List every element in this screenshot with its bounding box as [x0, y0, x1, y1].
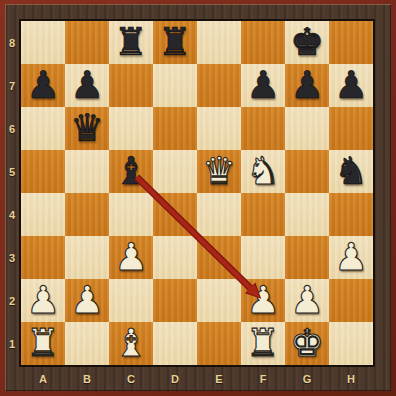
square-h2[interactable] [329, 279, 373, 322]
square-c6[interactable] [109, 107, 153, 150]
piece-white-rook[interactable]: ♜ [246, 322, 280, 365]
square-g4[interactable] [285, 193, 329, 236]
square-g7[interactable]: ♟ [285, 64, 329, 107]
square-a6[interactable] [21, 107, 65, 150]
piece-white-pawn[interactable]: ♟ [334, 236, 368, 279]
piece-black-pawn[interactable]: ♟ [334, 64, 368, 107]
piece-black-pawn[interactable]: ♟ [290, 64, 324, 107]
square-d4[interactable] [153, 193, 197, 236]
square-h8[interactable] [329, 21, 373, 64]
square-g6[interactable] [285, 107, 329, 150]
square-h3[interactable]: ♟ [329, 236, 373, 279]
square-f2[interactable]: ♟ [241, 279, 285, 322]
rank-label-8: 8 [9, 37, 15, 49]
file-label-d: D [171, 373, 179, 385]
piece-white-pawn[interactable]: ♟ [246, 279, 280, 322]
square-h4[interactable] [329, 193, 373, 236]
square-a3[interactable] [21, 236, 65, 279]
square-f4[interactable] [241, 193, 285, 236]
square-e7[interactable] [197, 64, 241, 107]
square-e5[interactable]: ♛ [197, 150, 241, 193]
square-c4[interactable] [109, 193, 153, 236]
square-g5[interactable] [285, 150, 329, 193]
square-b5[interactable] [65, 150, 109, 193]
square-e1[interactable] [197, 322, 241, 365]
piece-black-king[interactable]: ♚ [290, 21, 324, 64]
piece-black-rook[interactable]: ♜ [114, 21, 148, 64]
square-h7[interactable]: ♟ [329, 64, 373, 107]
board: ♜♜♚♟♟♟♟♟♛♝♛♞♞♟♟♟♟♟♟♜♝♜♚ [19, 19, 375, 367]
piece-white-rook[interactable]: ♜ [26, 322, 60, 365]
square-e6[interactable] [197, 107, 241, 150]
file-label-f: F [260, 373, 267, 385]
square-a1[interactable]: ♜ [21, 322, 65, 365]
square-a5[interactable] [21, 150, 65, 193]
piece-white-king[interactable]: ♚ [290, 322, 324, 365]
square-f1[interactable]: ♜ [241, 322, 285, 365]
square-a2[interactable]: ♟ [21, 279, 65, 322]
square-f5[interactable]: ♞ [241, 150, 285, 193]
piece-white-pawn[interactable]: ♟ [26, 279, 60, 322]
chess-board-window: ♜♜♚♟♟♟♟♟♛♝♛♞♞♟♟♟♟♟♟♜♝♜♚ 87654321 ABCDEFG… [0, 0, 396, 396]
file-label-b: B [83, 373, 91, 385]
square-f6[interactable] [241, 107, 285, 150]
square-b8[interactable] [65, 21, 109, 64]
rank-label-1: 1 [9, 338, 15, 350]
piece-white-knight[interactable]: ♞ [246, 150, 280, 193]
piece-white-pawn[interactable]: ♟ [70, 279, 104, 322]
piece-white-pawn[interactable]: ♟ [290, 279, 324, 322]
square-d5[interactable] [153, 150, 197, 193]
square-e4[interactable] [197, 193, 241, 236]
square-d3[interactable] [153, 236, 197, 279]
rank-label-4: 4 [9, 209, 15, 221]
square-g3[interactable] [285, 236, 329, 279]
square-c8[interactable]: ♜ [109, 21, 153, 64]
square-d1[interactable] [153, 322, 197, 365]
rank-label-2: 2 [9, 295, 15, 307]
square-b3[interactable] [65, 236, 109, 279]
square-a7[interactable]: ♟ [21, 64, 65, 107]
square-d6[interactable] [153, 107, 197, 150]
rank-label-3: 3 [9, 252, 15, 264]
square-b4[interactable] [65, 193, 109, 236]
square-d7[interactable] [153, 64, 197, 107]
piece-black-pawn[interactable]: ♟ [246, 64, 280, 107]
square-c3[interactable]: ♟ [109, 236, 153, 279]
square-d8[interactable]: ♜ [153, 21, 197, 64]
square-c1[interactable]: ♝ [109, 322, 153, 365]
square-f3[interactable] [241, 236, 285, 279]
piece-black-queen[interactable]: ♛ [70, 107, 104, 150]
file-label-e: E [215, 373, 222, 385]
file-label-c: C [127, 373, 135, 385]
rank-label-7: 7 [9, 80, 15, 92]
square-a8[interactable] [21, 21, 65, 64]
square-e8[interactable] [197, 21, 241, 64]
square-b7[interactable]: ♟ [65, 64, 109, 107]
file-label-a: A [39, 373, 47, 385]
square-c7[interactable] [109, 64, 153, 107]
square-d2[interactable] [153, 279, 197, 322]
square-h5[interactable]: ♞ [329, 150, 373, 193]
piece-black-pawn[interactable]: ♟ [70, 64, 104, 107]
square-h6[interactable] [329, 107, 373, 150]
square-b6[interactable]: ♛ [65, 107, 109, 150]
square-f8[interactable] [241, 21, 285, 64]
piece-black-rook[interactable]: ♜ [158, 21, 192, 64]
piece-black-pawn[interactable]: ♟ [26, 64, 60, 107]
square-f7[interactable]: ♟ [241, 64, 285, 107]
rank-label-6: 6 [9, 123, 15, 135]
square-e3[interactable] [197, 236, 241, 279]
square-a4[interactable] [21, 193, 65, 236]
piece-black-bishop[interactable]: ♝ [114, 150, 148, 193]
piece-white-bishop[interactable]: ♝ [114, 322, 148, 365]
square-g8[interactable]: ♚ [285, 21, 329, 64]
square-c5[interactable]: ♝ [109, 150, 153, 193]
piece-white-queen[interactable]: ♛ [202, 150, 236, 193]
square-g2[interactable]: ♟ [285, 279, 329, 322]
rank-label-5: 5 [9, 166, 15, 178]
square-c2[interactable] [109, 279, 153, 322]
piece-white-pawn[interactable]: ♟ [114, 236, 148, 279]
file-label-g: G [303, 373, 312, 385]
file-label-h: H [347, 373, 355, 385]
piece-black-knight[interactable]: ♞ [334, 150, 368, 193]
square-b1[interactable] [65, 322, 109, 365]
square-e2[interactable] [197, 279, 241, 322]
square-b2[interactable]: ♟ [65, 279, 109, 322]
square-h1[interactable] [329, 322, 373, 365]
square-g1[interactable]: ♚ [285, 322, 329, 365]
